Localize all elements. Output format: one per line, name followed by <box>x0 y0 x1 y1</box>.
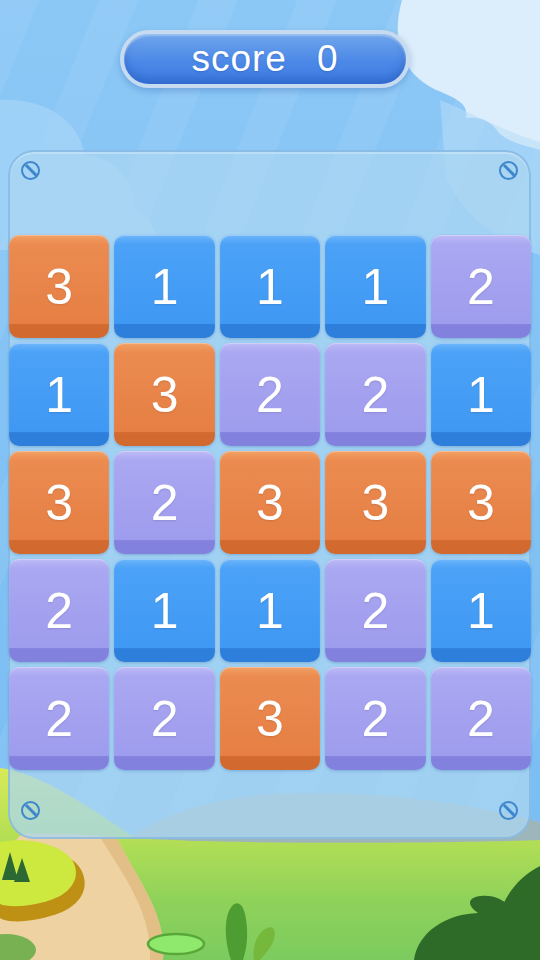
tile[interactable]: 2 <box>431 235 531 338</box>
tile-number: 2 <box>256 366 284 424</box>
board-grid: 3111213221323332112122322 <box>9 235 531 770</box>
tile-number: 1 <box>467 366 495 424</box>
tile-number: 2 <box>151 474 179 532</box>
tile[interactable]: 3 <box>431 451 531 554</box>
screw-icon <box>21 161 40 180</box>
score-pill: score 0 <box>120 30 410 88</box>
tile-number: 2 <box>467 690 495 748</box>
tile[interactable]: 1 <box>431 559 531 662</box>
tile-number: 1 <box>151 582 179 640</box>
tile[interactable]: 2 <box>220 343 320 446</box>
tile-number: 2 <box>151 690 179 748</box>
tile[interactable]: 2 <box>9 559 109 662</box>
tile-number: 2 <box>361 366 389 424</box>
screw-icon <box>499 161 518 180</box>
tile[interactable]: 1 <box>325 235 425 338</box>
tile[interactable]: 2 <box>114 667 214 770</box>
tile-number: 3 <box>256 690 284 748</box>
tile[interactable]: 1 <box>9 343 109 446</box>
tile-number: 1 <box>467 582 495 640</box>
tile-number: 3 <box>45 258 73 316</box>
tile[interactable]: 2 <box>325 667 425 770</box>
tile[interactable]: 3 <box>9 451 109 554</box>
tile-number: 3 <box>467 474 495 532</box>
tile-number: 1 <box>45 366 73 424</box>
pond <box>148 934 204 954</box>
tile-number: 3 <box>256 474 284 532</box>
tile[interactable]: 1 <box>220 559 320 662</box>
tile[interactable]: 3 <box>114 343 214 446</box>
tile[interactable]: 3 <box>220 667 320 770</box>
tile-number: 2 <box>45 582 73 640</box>
tile-number: 3 <box>361 474 389 532</box>
tile-number: 2 <box>361 582 389 640</box>
tile[interactable]: 1 <box>114 235 214 338</box>
tile[interactable]: 2 <box>325 559 425 662</box>
tile[interactable]: 1 <box>220 235 320 338</box>
tile-number: 2 <box>467 258 495 316</box>
tile[interactable]: 1 <box>431 343 531 446</box>
tile-number: 2 <box>45 690 73 748</box>
tile-number: 1 <box>151 258 179 316</box>
tile[interactable]: 3 <box>220 451 320 554</box>
tile[interactable]: 2 <box>114 451 214 554</box>
tile[interactable]: 2 <box>325 343 425 446</box>
tile[interactable]: 2 <box>9 667 109 770</box>
tile[interactable]: 1 <box>114 559 214 662</box>
screw-icon <box>499 801 518 820</box>
tile-number: 3 <box>45 474 73 532</box>
tile-number: 3 <box>151 366 179 424</box>
tile-number: 1 <box>256 582 284 640</box>
tile-number: 2 <box>361 690 389 748</box>
tile[interactable]: 3 <box>325 451 425 554</box>
screw-icon <box>21 801 40 820</box>
tile-number: 1 <box>256 258 284 316</box>
tile[interactable]: 2 <box>431 667 531 770</box>
score-value: 0 <box>317 38 339 80</box>
tile[interactable]: 3 <box>9 235 109 338</box>
tile-number: 1 <box>361 258 389 316</box>
score-label: score <box>191 38 286 80</box>
